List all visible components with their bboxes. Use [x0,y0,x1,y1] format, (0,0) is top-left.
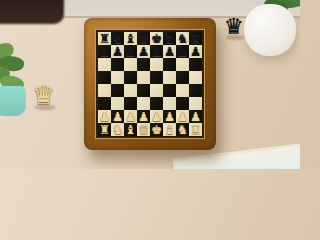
piece-shadow [226,35,244,40]
piece-shadow [34,105,56,110]
white-rook[interactable]: ♜ [99,123,110,136]
square-e5[interactable] [150,71,163,84]
mint-plant-pot [0,86,26,116]
square-h5[interactable] [189,71,202,84]
black-pawn[interactable]: ♟ [190,45,201,58]
white-bishop[interactable]: ♝ [164,123,175,136]
square-g1[interactable]: ♞ [176,123,189,136]
square-d1[interactable]: ♛ [137,123,150,136]
square-c1[interactable]: ♝ [124,123,137,136]
square-f4[interactable] [163,84,176,97]
black-pawn[interactable]: ♟ [112,45,123,58]
square-h7[interactable]: ♟ [189,45,202,58]
dark-furniture-blur [0,0,64,24]
square-g7[interactable]: ♟ [176,45,189,58]
square-f5[interactable] [163,71,176,84]
black-pawn[interactable]: ♟ [151,45,162,58]
black-pawn[interactable]: ♟ [125,45,136,58]
square-h1[interactable]: ♜ [189,123,202,136]
board-frame: ♜♞♝♛♚♝♞♜♟♟♟♟♟♟♟♟♟♟♟♟♟♟♟♟♜♞♝♛♚♝♞♜ [84,18,216,150]
square-b7[interactable]: ♟ [111,45,124,58]
square-d5[interactable] [137,71,150,84]
square-e4[interactable] [150,84,163,97]
white-queen[interactable]: ♛ [138,123,149,136]
black-pawn[interactable]: ♟ [99,45,110,58]
square-c7[interactable]: ♟ [124,45,137,58]
board-inner-border: ♜♞♝♛♚♝♞♜♟♟♟♟♟♟♟♟♟♟♟♟♟♟♟♟♜♞♝♛♚♝♞♜ [96,30,204,138]
square-e1[interactable]: ♚ [150,123,163,136]
square-f1[interactable]: ♝ [163,123,176,136]
square-b1[interactable]: ♞ [111,123,124,136]
square-a7[interactable]: ♟ [98,45,111,58]
white-bishop[interactable]: ♝ [125,123,136,136]
chess-board: ♜♞♝♛♚♝♞♜♟♟♟♟♟♟♟♟♟♟♟♟♟♟♟♟♜♞♝♛♚♝♞♜ [98,32,202,136]
square-d6[interactable] [137,58,150,71]
white-knight[interactable]: ♞ [112,123,123,136]
square-g6[interactable] [176,58,189,71]
square-g5[interactable] [176,71,189,84]
offboard-black-queen[interactable]: ♛ [224,16,244,38]
square-f6[interactable] [163,58,176,71]
square-b5[interactable] [111,71,124,84]
square-a4[interactable] [98,84,111,97]
white-ceramic-vase [244,4,296,56]
white-king[interactable]: ♚ [151,123,162,136]
square-e7[interactable]: ♟ [150,45,163,58]
square-d4[interactable] [137,84,150,97]
white-knight[interactable]: ♞ [177,123,188,136]
square-a1[interactable]: ♜ [98,123,111,136]
black-pawn[interactable]: ♟ [177,45,188,58]
black-pawn[interactable]: ♟ [164,45,175,58]
white-rook[interactable]: ♜ [190,123,201,136]
square-d7[interactable]: ♟ [137,45,150,58]
square-a5[interactable] [98,71,111,84]
square-h4[interactable] [189,84,202,97]
chess-board-wrap: ♜♞♝♛♚♝♞♜♟♟♟♟♟♟♟♟♟♟♟♟♟♟♟♟♜♞♝♛♚♝♞♜ [84,18,216,150]
black-pawn[interactable]: ♟ [138,45,149,58]
square-e6[interactable] [150,58,163,71]
square-c5[interactable] [124,71,137,84]
square-b4[interactable] [111,84,124,97]
square-c6[interactable] [124,58,137,71]
square-h6[interactable] [189,58,202,71]
square-b6[interactable] [111,58,124,71]
square-a6[interactable] [98,58,111,71]
square-c4[interactable] [124,84,137,97]
square-f7[interactable]: ♟ [163,45,176,58]
offboard-white-queen[interactable]: ♛ [32,82,55,108]
square-g4[interactable] [176,84,189,97]
photo-scene: ♜♞♝♛♚♝♞♜♟♟♟♟♟♟♟♟♟♟♟♟♟♟♟♟♜♞♝♛♚♝♞♜ ♛ ♛ [0,0,300,169]
